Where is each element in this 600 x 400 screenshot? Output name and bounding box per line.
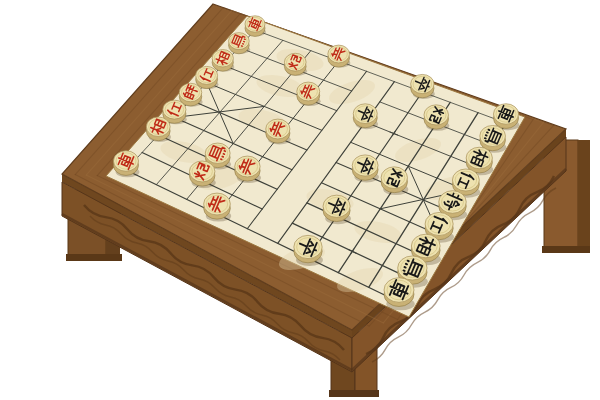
piece-black-cannon[interactable] bbox=[424, 105, 449, 131]
piece-red-soldier[interactable] bbox=[235, 156, 261, 183]
piece-red-elephant[interactable] bbox=[212, 50, 234, 72]
piece-red-cannon[interactable] bbox=[284, 53, 307, 76]
piece-black-soldier[interactable] bbox=[353, 104, 378, 129]
piece-red-cannon[interactable] bbox=[189, 161, 215, 188]
piece-black-soldier[interactable] bbox=[411, 74, 435, 98]
piece-red-chariot[interactable] bbox=[114, 151, 140, 178]
piece-red-soldier[interactable] bbox=[204, 193, 231, 222]
scene bbox=[0, 0, 600, 400]
piece-red-horse[interactable] bbox=[229, 33, 251, 54]
piece-red-soldier[interactable] bbox=[328, 45, 351, 67]
piece-black-chariot[interactable] bbox=[384, 278, 415, 311]
piece-black-soldier[interactable] bbox=[294, 235, 323, 266]
piece-red-soldier[interactable] bbox=[297, 82, 321, 106]
piece-red-elephant[interactable] bbox=[146, 117, 171, 142]
piece-red-soldier[interactable] bbox=[266, 119, 291, 144]
xiangqi-table-scene bbox=[0, 0, 600, 400]
piece-red-chariot[interactable] bbox=[245, 16, 266, 37]
piece-black-soldier[interactable] bbox=[323, 195, 351, 224]
piece-black-soldier[interactable] bbox=[352, 155, 379, 183]
piece-red-advisor[interactable] bbox=[196, 66, 219, 89]
piece-black-cannon[interactable] bbox=[381, 167, 408, 195]
